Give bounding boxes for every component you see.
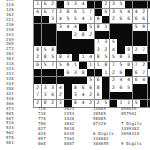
black-cell xyxy=(49,31,56,38)
digit-cell: 5 xyxy=(64,16,71,23)
digit-cell: 6 xyxy=(49,92,56,99)
black-cell xyxy=(34,77,41,84)
black-cell xyxy=(117,24,124,31)
black-cell xyxy=(42,31,49,38)
black-cell xyxy=(57,77,64,84)
digit-cell: 3 xyxy=(125,54,132,61)
digit-cell: 6 xyxy=(79,84,86,91)
digit-cell: 4 xyxy=(125,9,132,16)
digit-cell: 5 xyxy=(133,24,140,31)
black-cell xyxy=(49,39,56,46)
digit-cell: 8 xyxy=(95,54,102,61)
digit-cell: 6 xyxy=(102,9,109,16)
digit-cell: 2 xyxy=(49,1,56,8)
black-cell xyxy=(148,100,150,107)
black-cell xyxy=(102,77,109,84)
black-cell xyxy=(148,46,150,53)
black-cell xyxy=(125,31,132,38)
black-cell xyxy=(57,1,64,8)
digit-cell: 5 xyxy=(110,39,117,46)
digit-cell: 6 xyxy=(64,69,71,76)
fill-in-puzzle-page: 1151161281622212362382432492652722823033… xyxy=(0,0,150,150)
black-cell xyxy=(42,24,49,31)
digit-cell: 1 xyxy=(79,9,86,16)
black-cell xyxy=(125,69,132,76)
digit-cell: 3 xyxy=(102,39,109,46)
digit-cell: 6 xyxy=(42,1,49,8)
black-cell xyxy=(148,62,150,69)
digit-cell: 0 xyxy=(140,24,147,31)
digit-cell: 5 xyxy=(42,62,49,69)
black-cell xyxy=(95,1,102,8)
black-cell xyxy=(95,31,102,38)
black-cell xyxy=(64,39,71,46)
black-cell xyxy=(133,92,140,99)
digit-cell: 7 xyxy=(49,62,56,69)
digit-cell: 1 xyxy=(79,54,86,61)
digit-cell: 8 xyxy=(95,84,102,91)
digit-cell: 4 xyxy=(117,77,124,84)
digit-cell: 5 xyxy=(148,16,150,23)
digit-cell: 2 xyxy=(34,84,41,91)
digit-cell: 4 xyxy=(64,24,71,31)
digit-cell: 6 xyxy=(72,9,79,16)
black-cell xyxy=(57,69,64,76)
black-cell xyxy=(102,92,109,99)
black-cell xyxy=(148,54,150,61)
digit-cell: 3 xyxy=(72,1,79,8)
black-cell xyxy=(42,77,49,84)
black-cell xyxy=(64,84,71,91)
digit-cell: 2 xyxy=(140,62,147,69)
digit-cell: 5 xyxy=(87,24,94,31)
black-cell xyxy=(148,92,150,99)
digit-cell: 7 xyxy=(87,9,94,16)
digit-cell: 1 xyxy=(72,62,79,69)
black-cell xyxy=(87,69,94,76)
black-cell xyxy=(64,31,71,38)
digit-cell: 3 xyxy=(95,46,102,53)
digit-cell: 4 xyxy=(79,1,86,8)
digit-cell: 7 xyxy=(34,92,41,99)
digit-cell: 8 xyxy=(57,54,64,61)
black-cell xyxy=(148,39,150,46)
list-number: 2698418 xyxy=(121,132,142,137)
digit-cell: 2 xyxy=(102,46,109,53)
digit-cell: 2 xyxy=(133,46,140,53)
digit-cell: 2 xyxy=(49,100,56,107)
digit-cell: 2 xyxy=(57,92,64,99)
digit-cell: 5 xyxy=(72,16,79,23)
digit-cell: 5 xyxy=(42,46,49,53)
black-cell xyxy=(34,16,41,23)
digit-cell: 5 xyxy=(57,62,64,69)
digit-cell: 6 xyxy=(34,9,41,16)
digit-cell: 5 xyxy=(148,24,150,31)
digit-cell: 4 xyxy=(110,46,117,53)
black-cell xyxy=(87,1,94,8)
digit-cell: 0 xyxy=(64,62,71,69)
digit-cell: 7 xyxy=(140,69,147,76)
digit-cell: 6 xyxy=(95,92,102,99)
black-cell xyxy=(79,24,86,31)
digit-cell: 8 xyxy=(117,54,124,61)
digit-cell: 1 xyxy=(102,24,109,31)
black-cell xyxy=(125,92,132,99)
black-cell xyxy=(42,39,49,46)
digit-cell: 2 xyxy=(148,69,150,76)
black-cell xyxy=(133,54,140,61)
black-cell xyxy=(140,100,147,107)
digit-cell: 2 xyxy=(34,54,41,61)
black-cell xyxy=(72,46,79,53)
black-cell xyxy=(95,69,102,76)
digit-cell: 7 xyxy=(110,62,117,69)
digit-cell: 0 xyxy=(125,62,132,69)
black-cell xyxy=(133,84,140,91)
digit-cell: 3 xyxy=(57,100,64,107)
digit-cell: 1 xyxy=(87,16,94,23)
digit-cell: 1 xyxy=(87,62,94,69)
digit-cell: 5 xyxy=(49,54,56,61)
digit-cell: 6 xyxy=(133,69,140,76)
digit-cell: 3 xyxy=(49,84,56,91)
black-cell xyxy=(125,1,132,8)
black-cell xyxy=(87,46,94,53)
digit-cell: 2 xyxy=(102,1,109,8)
digit-cell: 4 xyxy=(140,77,147,84)
black-cell xyxy=(79,46,86,53)
digit-cell: 7 xyxy=(140,46,147,53)
digit-cell: 3 xyxy=(72,92,79,99)
digit-cell: 1 xyxy=(102,69,109,76)
black-cell xyxy=(125,39,132,46)
black-cell xyxy=(117,46,124,53)
digit-cell: 5 xyxy=(110,54,117,61)
black-cell xyxy=(42,69,49,76)
list-number: 581 xyxy=(6,141,30,146)
black-cell xyxy=(42,16,49,23)
digit-cell: 7 xyxy=(95,39,102,46)
black-cell xyxy=(125,24,132,31)
digit-cell: 8 xyxy=(49,46,56,53)
digit-cell: 3 xyxy=(72,69,79,76)
digit-cell: 6 xyxy=(117,84,124,91)
digit-cell: 3 xyxy=(42,92,49,99)
fill-in-grid: 1623342356673861763544263455410266665344… xyxy=(33,0,150,108)
digit-cell: 6 xyxy=(148,9,150,16)
digit-cell: 3 xyxy=(42,84,49,91)
digit-cell: 3 xyxy=(57,24,64,31)
digit-cell: 5 xyxy=(117,9,124,16)
black-cell xyxy=(117,31,124,38)
digit-cell: 4 xyxy=(72,24,79,31)
black-cell xyxy=(133,31,140,38)
digit-cell: 6 xyxy=(133,16,140,23)
black-cell xyxy=(34,31,41,38)
digit-cell: 2 xyxy=(110,16,117,23)
digit-cell: 5 xyxy=(125,84,132,91)
digit-cell: 6 xyxy=(140,16,147,23)
black-cell xyxy=(133,39,140,46)
black-cell xyxy=(57,46,64,53)
six-seven-nine-digit-list: 8586298579017 Digits148938226984189 Digi… xyxy=(121,107,142,147)
digit-cell: 8 xyxy=(42,54,49,61)
black-cell xyxy=(57,39,64,46)
digit-cell: 4 xyxy=(125,77,132,84)
black-cell xyxy=(34,69,41,76)
black-cell xyxy=(148,77,150,84)
digit-cell: 2 xyxy=(87,31,94,38)
digit-cell: 4 xyxy=(79,16,86,23)
digit-cell: 2 xyxy=(140,9,147,16)
digit-cell: 8 xyxy=(72,84,79,91)
digit-cell: 4 xyxy=(57,16,64,23)
black-cell xyxy=(110,31,117,38)
black-cell xyxy=(49,77,56,84)
black-cell xyxy=(79,62,86,69)
black-cell xyxy=(140,84,147,91)
list-number: 8087 xyxy=(64,142,74,147)
black-cell xyxy=(140,54,147,61)
digit-cell: 6 xyxy=(133,77,140,84)
digit-cell: 5 xyxy=(87,77,94,84)
black-cell xyxy=(102,31,109,38)
digit-cell: 2 xyxy=(110,69,117,76)
digit-cell: 8 xyxy=(79,69,86,76)
black-cell xyxy=(49,24,56,31)
digit-cell: 8 xyxy=(125,46,132,53)
black-cell xyxy=(64,46,71,53)
digit-cell: 6 xyxy=(117,69,124,76)
black-cell xyxy=(110,24,117,31)
digit-cell: 4 xyxy=(57,84,64,91)
digit-cell: 1 xyxy=(95,62,102,69)
black-cell xyxy=(140,92,147,99)
digit-cell: 3 xyxy=(110,1,117,8)
digit-cell: 7 xyxy=(49,9,56,16)
black-cell xyxy=(102,16,109,23)
black-cell xyxy=(34,24,41,31)
black-cell xyxy=(148,1,150,8)
black-cell xyxy=(72,39,79,46)
five-and-six-digit-list: 248852858558085872266 Digits138082308655 xyxy=(93,107,114,147)
black-cell xyxy=(95,9,102,16)
digit-cell: 4 xyxy=(79,100,86,107)
four-digit-list: 20232354342638625018633973628087 xyxy=(64,107,74,147)
digit-cell: 8 xyxy=(95,24,102,31)
black-cell xyxy=(64,92,71,99)
digit-cell: 3 xyxy=(49,16,56,23)
black-cell xyxy=(34,39,41,46)
digit-cell: 2 xyxy=(110,84,117,91)
black-cell xyxy=(79,39,86,46)
black-cell xyxy=(57,31,64,38)
digit-cell: 2 xyxy=(87,92,94,99)
black-cell xyxy=(133,1,140,8)
digit-cell: 3 xyxy=(57,9,64,16)
black-cell xyxy=(64,77,71,84)
digit-cell: 6 xyxy=(87,84,94,91)
black-cell xyxy=(148,84,150,91)
digit-cell: 4 xyxy=(87,54,94,61)
digit-cell: 8 xyxy=(34,46,41,53)
three-digit-number-list: 1151161281622212362382432492652722823033… xyxy=(6,0,30,146)
black-cell xyxy=(110,92,117,99)
digit-cell: 6 xyxy=(125,16,132,23)
digit-cell: 8 xyxy=(79,31,86,38)
black-cell xyxy=(140,39,147,46)
digit-cell: 6 xyxy=(42,9,49,16)
black-cell xyxy=(72,54,79,61)
black-cell xyxy=(117,39,124,46)
digit-cell: 2 xyxy=(110,77,117,84)
digit-cell: 3 xyxy=(64,54,71,61)
digit-cell: 5 xyxy=(117,1,124,8)
black-cell xyxy=(87,39,94,46)
black-cell xyxy=(140,31,147,38)
black-cell xyxy=(72,77,79,84)
black-cell xyxy=(79,77,86,84)
digit-cell: 3 xyxy=(64,1,71,8)
digit-cell: 8 xyxy=(102,62,109,69)
digit-cell: 6 xyxy=(95,77,102,84)
digit-cell: 3 xyxy=(110,9,117,16)
digit-count-header: 9 Digits xyxy=(121,142,142,147)
list-number: 308655 xyxy=(93,142,114,147)
list-number: 868 xyxy=(38,142,46,147)
digit-cell: 6 xyxy=(117,16,124,23)
digit-cell: 0 xyxy=(95,16,102,23)
three-digit-overflow-list: 718738778786827828857868 xyxy=(38,107,46,147)
digit-cell: 5 xyxy=(117,62,124,69)
digit-cell: 7 xyxy=(133,62,140,69)
digit-cell: 8 xyxy=(64,9,71,16)
black-cell xyxy=(117,92,124,99)
black-cell xyxy=(110,100,117,107)
black-cell xyxy=(148,31,150,38)
black-cell xyxy=(102,84,109,91)
digit-cell: 2 xyxy=(72,31,79,38)
digit-cell: 1 xyxy=(34,1,41,8)
digit-cell: 6 xyxy=(34,62,41,69)
black-cell xyxy=(140,1,147,8)
digit-cell: 4 xyxy=(79,92,86,99)
black-cell xyxy=(49,69,56,76)
digit-cell: 4 xyxy=(133,9,140,16)
digit-cell: 5 xyxy=(102,54,109,61)
